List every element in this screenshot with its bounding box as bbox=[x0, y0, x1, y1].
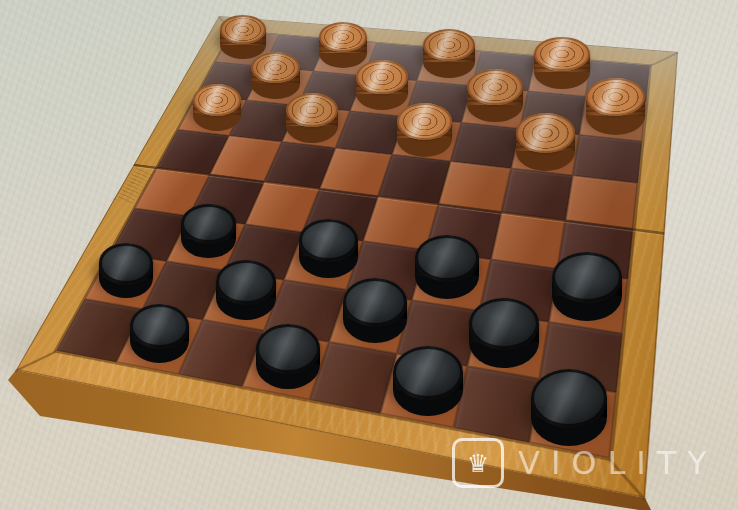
piece-top-face bbox=[397, 103, 453, 140]
checker-dark-r8c8[interactable] bbox=[531, 369, 607, 446]
pieces-layer bbox=[0, 0, 738, 510]
checker-light-r3c1[interactable] bbox=[193, 84, 242, 131]
piece-top-face bbox=[516, 113, 576, 152]
piece-top-face bbox=[193, 84, 242, 116]
checker-dark-r7c7[interactable] bbox=[469, 298, 539, 368]
piece-top-face bbox=[356, 60, 408, 93]
checker-dark-r7c1[interactable] bbox=[99, 243, 154, 298]
piece-top-face bbox=[467, 69, 523, 105]
piece-top-face bbox=[586, 78, 645, 116]
checker-dark-r6c4[interactable] bbox=[299, 219, 358, 278]
checker-dark-r8c4[interactable] bbox=[256, 324, 320, 389]
piece-top-face bbox=[343, 278, 407, 325]
piece-top-face bbox=[534, 37, 589, 71]
piece-top-face bbox=[181, 204, 236, 244]
piece-top-face bbox=[552, 252, 621, 302]
checker-light-r3c5[interactable] bbox=[397, 103, 453, 157]
piece-top-face bbox=[216, 260, 275, 304]
piece-top-face bbox=[99, 243, 154, 284]
checker-light-r1c7[interactable] bbox=[534, 37, 589, 90]
piece-top-face bbox=[531, 369, 607, 427]
checker-light-r3c3[interactable] bbox=[286, 93, 338, 143]
piece-top-face bbox=[286, 93, 338, 127]
checker-dark-r7c5[interactable] bbox=[343, 278, 407, 342]
checker-light-r2c6[interactable] bbox=[467, 69, 523, 122]
piece-top-face bbox=[469, 298, 539, 350]
checker-dark-r6c6[interactable] bbox=[415, 235, 479, 299]
piece-top-face bbox=[256, 324, 320, 373]
checker-dark-r8c2[interactable] bbox=[130, 304, 189, 364]
piece-top-face bbox=[393, 346, 463, 399]
checker-light-r2c8[interactable] bbox=[586, 78, 645, 135]
checker-dark-r7c3[interactable] bbox=[216, 260, 275, 319]
checker-light-r2c2[interactable] bbox=[251, 52, 300, 99]
checker-dark-r8c6[interactable] bbox=[393, 346, 463, 416]
checker-dark-r6c8[interactable] bbox=[552, 252, 621, 321]
piece-top-face bbox=[415, 235, 479, 281]
photo-scene: ♛ VIOLITY bbox=[0, 0, 738, 510]
checker-dark-r6c2[interactable] bbox=[181, 204, 236, 259]
piece-top-face bbox=[130, 304, 189, 349]
checker-light-r3c7[interactable] bbox=[516, 113, 576, 171]
piece-top-face bbox=[220, 15, 266, 43]
